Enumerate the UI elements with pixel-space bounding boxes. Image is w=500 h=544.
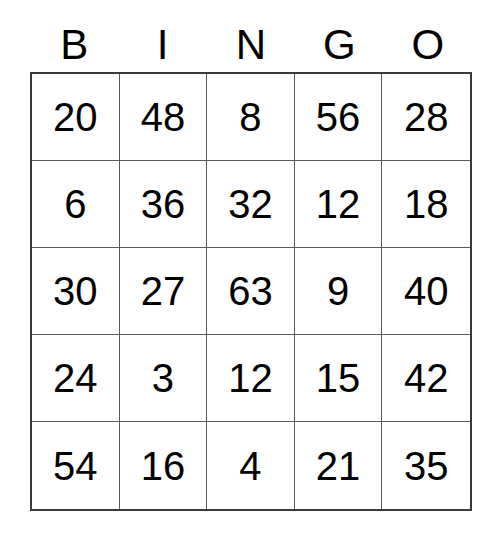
bingo-cell-r5c3[interactable]: 4	[207, 422, 295, 509]
bingo-cell-r4c3[interactable]: 12	[207, 335, 295, 422]
bingo-card: B I N G O 20 48 8 56 28 6 36 32 12 18 30…	[0, 0, 500, 544]
bingo-cell-r5c5[interactable]: 35	[382, 422, 470, 509]
bingo-cell-r5c1[interactable]: 54	[32, 422, 120, 509]
bingo-cell-r2c1[interactable]: 6	[32, 161, 120, 248]
bingo-cell-r1c4[interactable]: 56	[295, 74, 383, 161]
bingo-cell-r1c1[interactable]: 20	[32, 74, 120, 161]
bingo-cell-r4c2[interactable]: 3	[120, 335, 208, 422]
bingo-cell-r2c2[interactable]: 36	[120, 161, 208, 248]
header-letter-o: O	[411, 24, 444, 66]
bingo-cell-r2c3[interactable]: 32	[207, 161, 295, 248]
bingo-board: 20 48 8 56 28 6 36 32 12 18 30 27 63 9 4…	[30, 72, 472, 511]
bingo-cell-r2c5[interactable]: 18	[382, 161, 470, 248]
bingo-cell-r5c4[interactable]: 21	[295, 422, 383, 509]
bingo-cell-r4c4[interactable]: 15	[295, 335, 383, 422]
header-letter-b: B	[60, 24, 88, 66]
bingo-header: B I N G O	[30, 0, 472, 70]
header-letter-n: N	[236, 24, 266, 66]
header-letter-g: G	[323, 24, 356, 66]
bingo-cell-r5c2[interactable]: 16	[120, 422, 208, 509]
bingo-cell-r3c3[interactable]: 63	[207, 248, 295, 335]
bingo-cell-r2c4[interactable]: 12	[295, 161, 383, 248]
bingo-cell-r3c1[interactable]: 30	[32, 248, 120, 335]
bingo-cell-r4c5[interactable]: 42	[382, 335, 470, 422]
bingo-cell-r1c5[interactable]: 28	[382, 74, 470, 161]
header-letter-i: I	[157, 24, 169, 66]
bingo-cell-r3c5[interactable]: 40	[382, 248, 470, 335]
bingo-cell-r1c2[interactable]: 48	[120, 74, 208, 161]
bingo-cell-r3c2[interactable]: 27	[120, 248, 208, 335]
bingo-cell-r1c3[interactable]: 8	[207, 74, 295, 161]
bingo-cell-r3c4[interactable]: 9	[295, 248, 383, 335]
bingo-cell-r4c1[interactable]: 24	[32, 335, 120, 422]
